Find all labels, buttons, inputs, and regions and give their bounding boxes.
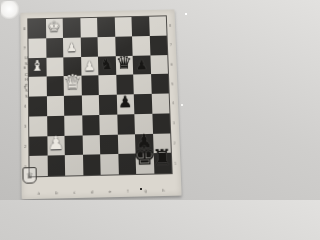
- square-b1[interactable]: [28, 38, 46, 58]
- piece-white-queen-d3[interactable]: ♛: [63, 72, 81, 92]
- coordinate-label: 3: [22, 116, 28, 136]
- file-labels: abcdefgh: [30, 188, 173, 197]
- coordinate-label: 1: [172, 153, 179, 173]
- square-g5[interactable]: [100, 134, 118, 154]
- square-e4[interactable]: [81, 95, 99, 115]
- light-reflection-spot: [1, 1, 19, 19]
- square-e5[interactable]: [99, 95, 117, 115]
- piece-black-queen-c6[interactable]: ♛: [116, 53, 133, 71]
- square-b4[interactable]: [80, 37, 98, 57]
- square-e1[interactable]: [29, 96, 47, 116]
- square-e3[interactable]: [64, 95, 82, 115]
- coordinate-label: b: [48, 190, 66, 197]
- square-h4[interactable]: [82, 155, 100, 176]
- piece-white-pawn-f2[interactable]: ♟: [48, 133, 65, 152]
- square-a1[interactable]: [28, 19, 45, 38]
- square-g1[interactable]: [29, 136, 47, 156]
- coordinate-label: 7: [168, 35, 175, 54]
- piece-white-pawn-c4[interactable]: ♟: [83, 59, 95, 73]
- square-d4[interactable]: [81, 76, 99, 96]
- coordinate-label: 4: [22, 97, 28, 117]
- square-d5[interactable]: [98, 75, 116, 95]
- piece-white-bishop-c1[interactable]: ♝: [31, 58, 45, 73]
- coordinate-label: 6: [168, 54, 175, 73]
- square-a6[interactable]: [114, 17, 132, 36]
- coordinate-label: e: [101, 189, 119, 196]
- square-h5[interactable]: [100, 154, 118, 175]
- coordinate-label: 7: [22, 38, 28, 57]
- square-d7[interactable]: [133, 74, 151, 94]
- square-a5[interactable]: [97, 17, 115, 36]
- square-f8[interactable]: [152, 113, 170, 133]
- coordinate-label: 2: [22, 136, 28, 156]
- coordinate-label: g: [137, 188, 155, 195]
- piece-black-knight-c5[interactable]: ♞: [100, 57, 114, 72]
- square-g3[interactable]: [65, 135, 83, 155]
- square-b2[interactable]: [46, 38, 64, 58]
- square-f1[interactable]: [29, 116, 47, 136]
- square-a8[interactable]: [149, 16, 167, 35]
- square-c2[interactable]: [46, 57, 64, 77]
- piece-black-pawn-c7[interactable]: ♟: [135, 57, 147, 71]
- square-d2[interactable]: [46, 76, 64, 96]
- square-a4[interactable]: [80, 18, 98, 37]
- coordinate-label: 4: [170, 93, 177, 113]
- coordinate-label: 8: [21, 19, 27, 38]
- square-f6[interactable]: [117, 114, 135, 134]
- coordinate-label: 6: [22, 58, 28, 78]
- square-f4[interactable]: [82, 115, 100, 135]
- square-e2[interactable]: [46, 96, 64, 116]
- piece-black-pawn-e6[interactable]: ♟: [118, 94, 133, 110]
- square-f3[interactable]: [64, 115, 82, 135]
- coordinate-label: f: [119, 188, 137, 195]
- piece-black-rook-h8[interactable]: ♜: [152, 147, 173, 170]
- crown-emblem-icon: ♕: [22, 167, 36, 184]
- square-d8[interactable]: [151, 74, 169, 94]
- square-d1[interactable]: [29, 77, 47, 97]
- crown-glyph: ♕: [26, 171, 33, 180]
- coordinate-label: c: [65, 190, 83, 197]
- coordinate-label: d: [83, 189, 101, 196]
- square-e8[interactable]: [151, 93, 169, 113]
- square-h3[interactable]: [65, 155, 83, 176]
- square-h2[interactable]: [47, 155, 65, 176]
- piece-white-king-a2[interactable]: ♚: [48, 20, 61, 35]
- square-a3[interactable]: [63, 18, 81, 37]
- piece-white-pawn-b3[interactable]: ♟: [66, 41, 77, 53]
- coordinate-label: h: [154, 188, 172, 195]
- square-b8[interactable]: [149, 35, 167, 55]
- coordinate-label: 5: [169, 74, 176, 94]
- square-c8[interactable]: [150, 55, 168, 75]
- coordinate-label: 5: [22, 77, 28, 97]
- chess-board: US CHESS ♚♟♝♟♞♛♟♛♟♟♟♚♜ abcdefgh 87654321…: [20, 9, 181, 199]
- square-b5[interactable]: [98, 37, 116, 57]
- coordinate-label: a: [30, 190, 48, 197]
- square-f5[interactable]: [99, 114, 117, 134]
- square-a7[interactable]: [131, 17, 149, 36]
- square-b7[interactable]: [132, 36, 150, 56]
- square-e7[interactable]: [134, 94, 152, 114]
- coordinate-label: 2: [171, 133, 178, 153]
- square-g4[interactable]: [82, 135, 100, 155]
- coordinate-label: 8: [167, 16, 174, 35]
- photo-scene: { "game": "chess", "scene_type": "overhe…: [0, 0, 200, 200]
- coordinate-label: 3: [170, 113, 177, 133]
